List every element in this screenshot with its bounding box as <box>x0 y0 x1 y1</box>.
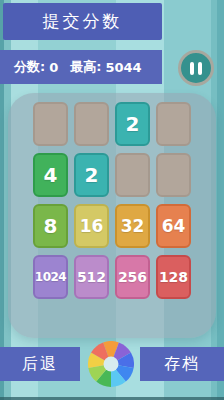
undo-button[interactable]: 后退 <box>0 347 80 381</box>
score-value: 0 <box>49 60 58 75</box>
tile-2-r2c2: 2 <box>74 153 109 197</box>
score-bar: 分数: 0 最高: 5044 <box>0 50 162 84</box>
tile-512-r4c2: 512 <box>74 255 109 299</box>
tile-grid: 24281632641024512256128 <box>33 102 191 299</box>
tile-64-r3c4: 64 <box>156 204 191 248</box>
aperture-icon-svg <box>88 341 134 387</box>
tile-16-r3c2: 16 <box>74 204 109 248</box>
empty-cell-r1c1 <box>33 102 68 146</box>
best-label: 最高: <box>70 58 101 76</box>
pause-button[interactable] <box>178 50 214 86</box>
tile-1024-r4c1: 1024 <box>33 255 68 299</box>
empty-cell-r1c4 <box>156 102 191 146</box>
empty-cell-r1c2 <box>74 102 109 146</box>
submit-score-button[interactable]: 提交分数 <box>3 3 162 40</box>
tile-256-r4c3: 256 <box>115 255 150 299</box>
best-value: 5044 <box>105 60 141 75</box>
score-label: 分数: <box>14 58 45 76</box>
save-button[interactable]: 存档 <box>140 347 224 381</box>
tile-2-r1c3: 2 <box>115 102 150 146</box>
empty-cell-r2c3 <box>115 153 150 197</box>
game-board[interactable]: 24281632641024512256128 <box>8 93 216 338</box>
empty-cell-r2c4 <box>156 153 191 197</box>
app-screen: 提交分数 分数: 0 最高: 5044 24281632641024512256… <box>0 0 224 400</box>
tile-4-r2c1: 4 <box>33 153 68 197</box>
tile-32-r3c3: 32 <box>115 204 150 248</box>
tile-128-r4c4: 128 <box>156 255 191 299</box>
tile-8-r3c1: 8 <box>33 204 68 248</box>
aperture-camera-icon[interactable] <box>88 341 134 387</box>
pause-icon <box>190 62 202 75</box>
